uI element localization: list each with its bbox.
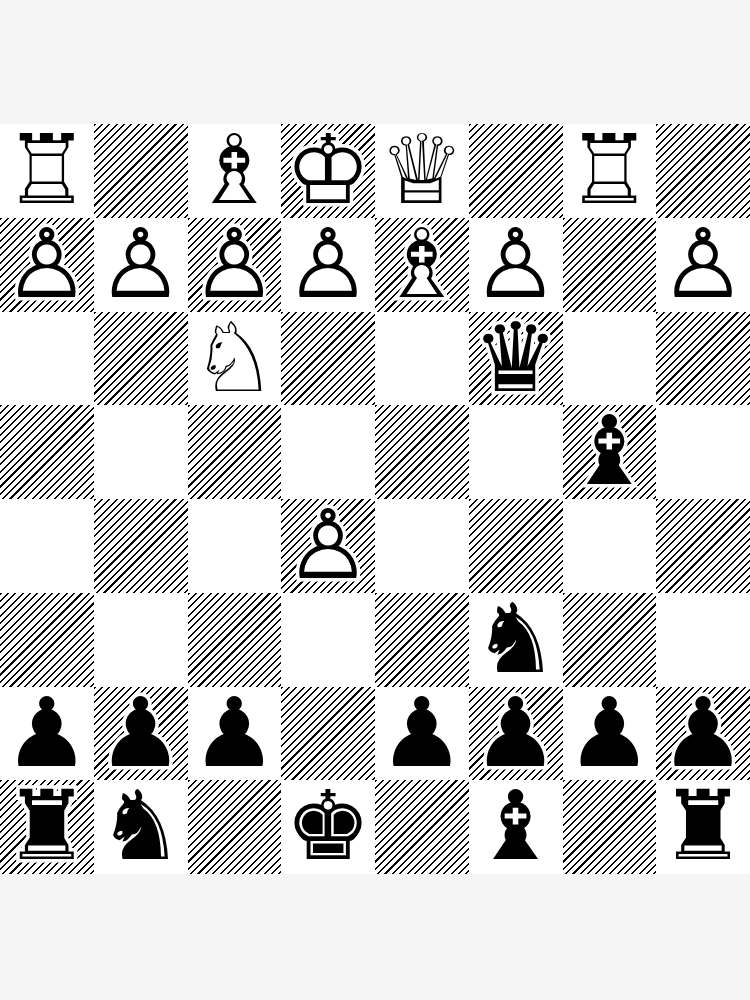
piece-white-rook: ♜♖ bbox=[0, 124, 94, 218]
piece-face: ♗ bbox=[379, 218, 465, 312]
square-a4[interactable] bbox=[656, 405, 750, 499]
piece-face: ♟ bbox=[191, 687, 277, 781]
square-a8[interactable]: ♜♜ bbox=[656, 780, 750, 874]
piece-white-pawn: ♟♙ bbox=[469, 218, 563, 312]
square-c7[interactable]: ♟♟ bbox=[469, 687, 563, 781]
square-d8[interactable] bbox=[375, 780, 469, 874]
square-e1[interactable]: ♚♔ bbox=[281, 124, 375, 218]
piece-face: ♙ bbox=[473, 218, 559, 312]
square-b8[interactable] bbox=[563, 780, 657, 874]
piece-black-pawn: ♟♟ bbox=[375, 687, 469, 781]
piece-face: ♟ bbox=[566, 687, 652, 781]
piece-white-pawn: ♟♙ bbox=[656, 218, 750, 312]
piece-black-pawn: ♟♟ bbox=[0, 687, 94, 781]
square-c3[interactable]: ♛♛ bbox=[469, 312, 563, 406]
piece-white-pawn: ♟♙ bbox=[281, 218, 375, 312]
piece-face: ♗ bbox=[191, 124, 277, 218]
chess-board: ♜♖♝♗♚♔♛♕♜♖♟♙♟♙♟♙♟♙♝♗♟♙♟♙♞♘♛♛♝♝♟♙♞♞♟♟♟♟♟♟… bbox=[0, 124, 750, 874]
piece-black-bishop: ♝♝ bbox=[469, 780, 563, 874]
piece-white-queen: ♛♕ bbox=[375, 124, 469, 218]
square-h8[interactable]: ♜♜ bbox=[0, 780, 94, 874]
square-h4[interactable] bbox=[0, 405, 94, 499]
square-g5[interactable] bbox=[94, 499, 188, 593]
square-f6[interactable] bbox=[188, 593, 282, 687]
piece-black-king: ♚♚ bbox=[281, 780, 375, 874]
piece-face: ♞ bbox=[473, 593, 559, 687]
square-e5[interactable]: ♟♙ bbox=[281, 499, 375, 593]
piece-face: ♝ bbox=[566, 405, 652, 499]
page-background: ♜♖♝♗♚♔♛♕♜♖♟♙♟♙♟♙♟♙♝♗♟♙♟♙♞♘♛♛♝♝♟♙♞♞♟♟♟♟♟♟… bbox=[0, 0, 750, 1000]
square-b5[interactable] bbox=[563, 499, 657, 593]
square-h3[interactable] bbox=[0, 312, 94, 406]
square-b7[interactable]: ♟♟ bbox=[563, 687, 657, 781]
square-a6[interactable] bbox=[656, 593, 750, 687]
square-a2[interactable]: ♟♙ bbox=[656, 218, 750, 312]
square-d7[interactable]: ♟♟ bbox=[375, 687, 469, 781]
square-e3[interactable] bbox=[281, 312, 375, 406]
piece-face: ♚ bbox=[285, 780, 371, 874]
piece-white-pawn: ♟♙ bbox=[281, 499, 375, 593]
square-d2[interactable]: ♝♗ bbox=[375, 218, 469, 312]
square-c8[interactable]: ♝♝ bbox=[469, 780, 563, 874]
square-c4[interactable] bbox=[469, 405, 563, 499]
square-g3[interactable] bbox=[94, 312, 188, 406]
piece-white-rook: ♜♖ bbox=[563, 124, 657, 218]
piece-face: ♟ bbox=[379, 687, 465, 781]
square-d3[interactable] bbox=[375, 312, 469, 406]
piece-face: ♟ bbox=[4, 687, 90, 781]
piece-black-rook: ♜♜ bbox=[656, 780, 750, 874]
piece-face: ♙ bbox=[98, 218, 184, 312]
piece-black-rook: ♜♜ bbox=[0, 780, 94, 874]
piece-face: ♙ bbox=[660, 218, 746, 312]
piece-white-pawn: ♟♙ bbox=[94, 218, 188, 312]
square-c6[interactable]: ♞♞ bbox=[469, 593, 563, 687]
square-d5[interactable] bbox=[375, 499, 469, 593]
piece-white-bishop: ♝♗ bbox=[188, 124, 282, 218]
square-f7[interactable]: ♟♟ bbox=[188, 687, 282, 781]
piece-face: ♟ bbox=[660, 687, 746, 781]
piece-face: ♙ bbox=[191, 218, 277, 312]
piece-face: ♖ bbox=[566, 124, 652, 218]
square-e8[interactable]: ♚♚ bbox=[281, 780, 375, 874]
piece-face: ♘ bbox=[191, 312, 277, 406]
square-e6[interactable] bbox=[281, 593, 375, 687]
square-a3[interactable] bbox=[656, 312, 750, 406]
square-c1[interactable] bbox=[469, 124, 563, 218]
square-c5[interactable] bbox=[469, 499, 563, 593]
piece-face: ♞ bbox=[98, 780, 184, 874]
square-d1[interactable]: ♛♕ bbox=[375, 124, 469, 218]
piece-black-pawn: ♟♟ bbox=[563, 687, 657, 781]
square-h7[interactable]: ♟♟ bbox=[0, 687, 94, 781]
square-e2[interactable]: ♟♙ bbox=[281, 218, 375, 312]
square-g4[interactable] bbox=[94, 405, 188, 499]
square-f8[interactable] bbox=[188, 780, 282, 874]
square-c2[interactable]: ♟♙ bbox=[469, 218, 563, 312]
piece-white-pawn: ♟♙ bbox=[0, 218, 94, 312]
square-h2[interactable]: ♟♙ bbox=[0, 218, 94, 312]
piece-white-pawn: ♟♙ bbox=[188, 218, 282, 312]
square-d6[interactable] bbox=[375, 593, 469, 687]
piece-face: ♜ bbox=[4, 780, 90, 874]
square-f3[interactable]: ♞♘ bbox=[188, 312, 282, 406]
piece-face: ♜ bbox=[660, 780, 746, 874]
square-g8[interactable]: ♞♞ bbox=[94, 780, 188, 874]
piece-black-queen: ♛♛ bbox=[469, 312, 563, 406]
square-e4[interactable] bbox=[281, 405, 375, 499]
piece-white-knight: ♞♘ bbox=[188, 312, 282, 406]
piece-face: ♟ bbox=[473, 687, 559, 781]
square-a5[interactable] bbox=[656, 499, 750, 593]
square-b2[interactable] bbox=[563, 218, 657, 312]
square-g2[interactable]: ♟♙ bbox=[94, 218, 188, 312]
square-f2[interactable]: ♟♙ bbox=[188, 218, 282, 312]
piece-face: ♖ bbox=[4, 124, 90, 218]
square-f4[interactable] bbox=[188, 405, 282, 499]
square-g6[interactable] bbox=[94, 593, 188, 687]
piece-white-king: ♚♔ bbox=[281, 124, 375, 218]
square-h1[interactable]: ♜♖ bbox=[0, 124, 94, 218]
square-a1[interactable] bbox=[656, 124, 750, 218]
piece-face: ♙ bbox=[4, 218, 90, 312]
square-f5[interactable] bbox=[188, 499, 282, 593]
square-g1[interactable] bbox=[94, 124, 188, 218]
piece-black-knight: ♞♞ bbox=[469, 593, 563, 687]
square-h6[interactable] bbox=[0, 593, 94, 687]
square-b4[interactable]: ♝♝ bbox=[563, 405, 657, 499]
piece-face: ♟ bbox=[98, 687, 184, 781]
piece-black-pawn: ♟♟ bbox=[656, 687, 750, 781]
square-a7[interactable]: ♟♟ bbox=[656, 687, 750, 781]
square-b1[interactable]: ♜♖ bbox=[563, 124, 657, 218]
piece-face: ♙ bbox=[285, 499, 371, 593]
square-g7[interactable]: ♟♟ bbox=[94, 687, 188, 781]
square-d4[interactable] bbox=[375, 405, 469, 499]
piece-black-knight: ♞♞ bbox=[94, 780, 188, 874]
piece-face: ♛ bbox=[473, 312, 559, 406]
piece-face: ♝ bbox=[473, 780, 559, 874]
piece-white-bishop: ♝♗ bbox=[375, 218, 469, 312]
square-f1[interactable]: ♝♗ bbox=[188, 124, 282, 218]
piece-black-pawn: ♟♟ bbox=[469, 687, 563, 781]
piece-face: ♔ bbox=[285, 124, 371, 218]
square-e7[interactable] bbox=[281, 687, 375, 781]
piece-face: ♙ bbox=[285, 218, 371, 312]
square-b3[interactable] bbox=[563, 312, 657, 406]
square-b6[interactable] bbox=[563, 593, 657, 687]
piece-black-pawn: ♟♟ bbox=[94, 687, 188, 781]
piece-black-bishop: ♝♝ bbox=[563, 405, 657, 499]
piece-face: ♕ bbox=[379, 124, 465, 218]
square-h5[interactable] bbox=[0, 499, 94, 593]
piece-black-pawn: ♟♟ bbox=[188, 687, 282, 781]
